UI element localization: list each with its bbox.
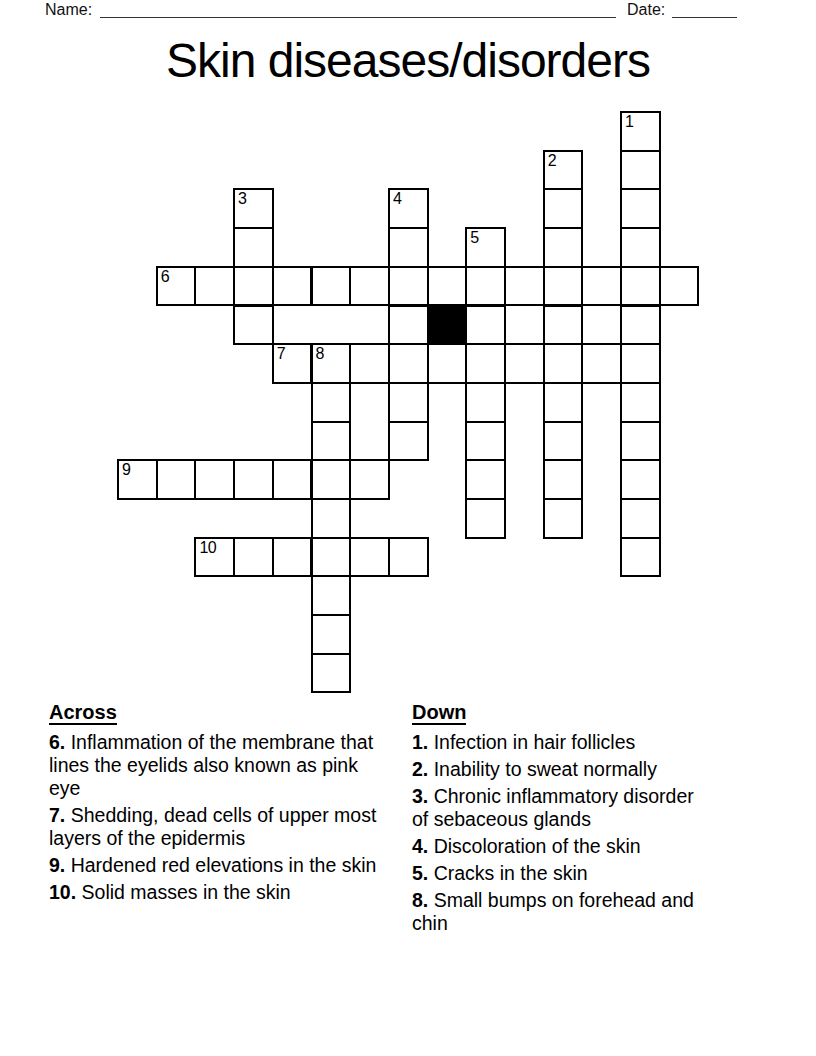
date-label: Date:	[627, 1, 665, 19]
grid-cell[interactable]	[388, 227, 429, 268]
clue-down-8: 8. Small bumps on forehead and chin	[412, 889, 694, 935]
grid-cell[interactable]	[543, 421, 584, 462]
clue-number-label: 9.	[49, 854, 65, 876]
clue-number-label: 1.	[412, 731, 428, 753]
grid-cell[interactable]	[388, 382, 429, 423]
clue-across-10: 10. Solid masses in the skin	[49, 881, 389, 904]
grid-cell[interactable]: 5	[465, 227, 506, 268]
grid-cell[interactable]	[620, 305, 661, 346]
grid-cell[interactable]: 6	[156, 266, 197, 307]
name-blank-line[interactable]	[100, 0, 616, 18]
grid-cell[interactable]	[311, 575, 352, 616]
grid-cell[interactable]	[620, 266, 661, 307]
grid-cell[interactable]	[465, 421, 506, 462]
grid-cell[interactable]	[194, 266, 235, 307]
grid-cell[interactable]	[620, 537, 661, 578]
grid-cell[interactable]	[543, 382, 584, 423]
clue-number-label: 10.	[49, 881, 76, 903]
black-cell	[427, 305, 468, 346]
grid-cell[interactable]	[543, 266, 584, 307]
grid-cell[interactable]	[194, 459, 235, 500]
clue-number: 6	[161, 269, 169, 285]
grid-cell[interactable]: 3	[233, 188, 274, 229]
grid-cell[interactable]	[581, 343, 622, 384]
clue-number-label: 8.	[412, 889, 428, 911]
grid-cell[interactable]	[620, 382, 661, 423]
grid-cell[interactable]	[543, 343, 584, 384]
grid-cell[interactable]	[465, 305, 506, 346]
grid-cell[interactable]	[504, 266, 545, 307]
grid-cell[interactable]	[272, 459, 313, 500]
across-clues: Across 6. Inflammation of the membrane t…	[49, 701, 389, 908]
clue-number: 3	[238, 191, 246, 207]
grid-cell[interactable]	[465, 382, 506, 423]
grid-cell[interactable]	[233, 305, 274, 346]
grid-cell[interactable]	[659, 266, 700, 307]
down-heading: Down	[412, 701, 466, 725]
grid-cell[interactable]	[311, 537, 352, 578]
page-title: Skin diseases/disorders	[0, 33, 816, 88]
grid-cell[interactable]	[543, 498, 584, 539]
grid-cell[interactable]	[311, 459, 352, 500]
clue-down-2: 2. Inability to sweat normally	[412, 758, 694, 781]
grid-cell[interactable]	[233, 537, 274, 578]
grid-cell[interactable]	[620, 459, 661, 500]
clue-down-1: 1. Infection in hair follicles	[412, 731, 694, 754]
grid-cell[interactable]: 4	[388, 188, 429, 229]
clue-across-6: 6. Inflammation of the membrane that lin…	[49, 731, 389, 800]
grid-cell[interactable]	[388, 343, 429, 384]
grid-cell[interactable]	[427, 343, 468, 384]
clue-across-9: 9. Hardened red elevations in the skin	[49, 854, 389, 877]
grid-cell[interactable]	[581, 266, 622, 307]
grid-cell[interactable]	[620, 421, 661, 462]
grid-cell[interactable]	[156, 459, 197, 500]
grid-cell[interactable]	[543, 459, 584, 500]
grid-cell[interactable]	[465, 266, 506, 307]
grid-cell[interactable]	[388, 421, 429, 462]
grid-cell[interactable]	[233, 227, 274, 268]
date-blank-line[interactable]	[672, 0, 737, 18]
across-heading: Across	[49, 701, 117, 725]
crossword-grid: 12345678910	[117, 111, 700, 694]
grid-cell[interactable]	[620, 343, 661, 384]
grid-cell[interactable]	[504, 343, 545, 384]
grid-cell[interactable]	[465, 498, 506, 539]
grid-cell[interactable]	[620, 498, 661, 539]
clue-number: 2	[548, 153, 556, 169]
clue-down-3: 3. Chronic inflammatory disorder of seba…	[412, 785, 694, 831]
clue-number-label: 7.	[49, 804, 65, 826]
grid-cell[interactable]	[272, 266, 313, 307]
grid-cell[interactable]	[311, 653, 352, 694]
grid-cell[interactable]	[311, 421, 352, 462]
clue-number-label: 2.	[412, 758, 428, 780]
grid-cell[interactable]	[465, 459, 506, 500]
name-label: Name:	[45, 1, 92, 19]
grid-cell[interactable]	[349, 537, 390, 578]
grid-cell[interactable]	[620, 227, 661, 268]
clue-number: 9	[122, 462, 130, 478]
grid-cell[interactable]	[620, 150, 661, 191]
grid-cell[interactable]: 8	[311, 343, 352, 384]
grid-cell[interactable]	[465, 343, 506, 384]
clue-number-label: 5.	[412, 862, 428, 884]
clue-number-label: 3.	[412, 785, 428, 807]
clue-number: 8	[316, 346, 324, 362]
clue-number: 7	[277, 346, 285, 362]
grid-cell[interactable]	[427, 266, 468, 307]
down-clues: Down 1. Infection in hair follicles2. In…	[412, 701, 694, 939]
down-clue-list: 1. Infection in hair follicles2. Inabili…	[412, 731, 694, 935]
clue-across-7: 7. Shedding, dead cells of upper most la…	[49, 804, 389, 850]
grid-cell[interactable]	[311, 498, 352, 539]
grid-cell[interactable]: 1	[620, 111, 661, 152]
clue-number-label: 4.	[412, 835, 428, 857]
grid-cell[interactable]: 9	[117, 459, 158, 500]
grid-cell[interactable]	[311, 266, 352, 307]
clue-number: 10	[199, 540, 216, 556]
clue-down-5: 5. Cracks in the skin	[412, 862, 694, 885]
grid-cell[interactable]	[543, 188, 584, 229]
grid-cell[interactable]: 7	[272, 343, 313, 384]
grid-cell[interactable]	[349, 343, 390, 384]
grid-cell[interactable]	[543, 305, 584, 346]
grid-cell[interactable]	[233, 266, 274, 307]
grid-cell[interactable]: 2	[543, 150, 584, 191]
grid-cell[interactable]: 10	[194, 537, 235, 578]
grid-cell[interactable]	[349, 459, 390, 500]
grid-cell[interactable]	[388, 537, 429, 578]
grid-cell[interactable]	[311, 614, 352, 655]
across-clue-list: 6. Inflammation of the membrane that lin…	[49, 731, 389, 904]
grid-cell[interactable]	[543, 227, 584, 268]
clue-number: 1	[625, 114, 633, 130]
grid-cell[interactable]	[388, 305, 429, 346]
grid-cell[interactable]	[272, 537, 313, 578]
grid-cell[interactable]	[388, 266, 429, 307]
grid-cell[interactable]	[349, 266, 390, 307]
clue-down-4: 4. Discoloration of the skin	[412, 835, 694, 858]
grid-cell[interactable]	[311, 382, 352, 423]
grid-cell[interactable]	[233, 459, 274, 500]
clue-number: 5	[470, 230, 478, 246]
grid-cell[interactable]	[620, 188, 661, 229]
clue-number: 4	[393, 191, 401, 207]
clue-number-label: 6.	[49, 731, 65, 753]
